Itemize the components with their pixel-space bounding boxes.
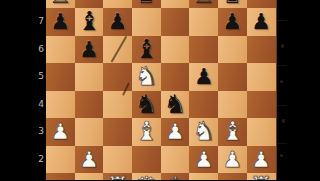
- black-pawn[interactable]: ♟: [108, 8, 128, 36]
- square-b6[interactable]: ♟: [75, 36, 104, 64]
- square-e5[interactable]: [161, 63, 190, 91]
- square-g2[interactable]: ♟: [218, 146, 247, 174]
- square-d1[interactable]: ♛: [132, 173, 161, 180]
- square-g3[interactable]: ♝: [218, 118, 247, 146]
- white-king[interactable]: ♚: [163, 173, 186, 181]
- rank-labels: 765432: [34, 0, 44, 180]
- white-knight[interactable]: ♞: [192, 118, 215, 146]
- square-b1[interactable]: [75, 173, 104, 180]
- square-e1[interactable]: ♚: [161, 173, 190, 180]
- square-a4[interactable]: [46, 91, 75, 119]
- square-h3[interactable]: [247, 118, 276, 146]
- square-e6[interactable]: [161, 36, 190, 64]
- black-knight[interactable]: ♞: [163, 90, 186, 118]
- square-f1[interactable]: [189, 173, 218, 180]
- square-g4[interactable]: [218, 91, 247, 119]
- wood-knot: [281, 44, 284, 48]
- black-pawn[interactable]: ♟: [50, 8, 70, 36]
- rank-label-5: 5: [34, 63, 44, 91]
- white-pawn[interactable]: ♟: [165, 118, 185, 146]
- wood-grain-line: [277, 20, 288, 21]
- white-knight[interactable]: ♞: [135, 63, 158, 91]
- square-b2[interactable]: ♟: [75, 146, 104, 174]
- rank-label-4: 4: [34, 91, 44, 119]
- square-h7[interactable]: ♟: [247, 8, 276, 36]
- square-e4[interactable]: ♞: [161, 91, 190, 119]
- rank-label-2: 2: [34, 146, 44, 174]
- square-g7[interactable]: ♟: [218, 8, 247, 36]
- square-f8[interactable]: ♜: [189, 0, 218, 8]
- rank-label-3: 3: [34, 118, 44, 146]
- chess-app: 765432 ♜♛♜♚♟♝♟♟♟♟♝♞♟♞♞♟♝♟♞♝♟♟♟♟♜♛♚♜: [0, 0, 320, 180]
- white-rook[interactable]: ♜: [106, 173, 129, 181]
- square-d8[interactable]: ♛: [132, 0, 161, 8]
- white-queen[interactable]: ♛: [135, 173, 158, 181]
- black-pawn[interactable]: ♟: [251, 8, 271, 36]
- square-c2[interactable]: [103, 146, 132, 174]
- square-e3[interactable]: ♟: [161, 118, 190, 146]
- square-b3[interactable]: [75, 118, 104, 146]
- white-pawn[interactable]: ♟: [251, 145, 271, 173]
- square-f4[interactable]: [189, 91, 218, 119]
- white-bishop[interactable]: ♝: [221, 118, 244, 146]
- square-e8[interactable]: [161, 0, 190, 8]
- white-bishop[interactable]: ♝: [135, 118, 158, 146]
- rank-label-7: 7: [34, 8, 44, 36]
- wood-knot: [282, 119, 285, 123]
- square-a5[interactable]: [46, 63, 75, 91]
- board-side-edge: [276, 0, 288, 180]
- square-h6[interactable]: [247, 36, 276, 64]
- wood-grain-line: [277, 65, 288, 66]
- square-a3[interactable]: ♟: [46, 118, 75, 146]
- square-g5[interactable]: [218, 63, 247, 91]
- square-e7[interactable]: [161, 8, 190, 36]
- square-c7[interactable]: ♟: [103, 8, 132, 36]
- square-e2[interactable]: [161, 146, 190, 174]
- square-c4[interactable]: [103, 91, 132, 119]
- square-d4[interactable]: ♞: [132, 91, 161, 119]
- black-bishop[interactable]: ♝: [135, 35, 158, 63]
- square-f3[interactable]: ♞: [189, 118, 218, 146]
- square-d3[interactable]: ♝: [132, 118, 161, 146]
- square-f7[interactable]: [189, 8, 218, 36]
- black-pawn[interactable]: ♟: [194, 63, 214, 91]
- wood-knot: [280, 80, 283, 83]
- black-bishop[interactable]: ♝: [77, 8, 100, 36]
- square-c1[interactable]: ♜: [103, 173, 132, 180]
- square-a1[interactable]: [46, 173, 75, 180]
- black-rook[interactable]: ♜: [192, 0, 215, 8]
- square-f5[interactable]: ♟: [189, 63, 218, 91]
- rank-label-6: 6: [34, 36, 44, 64]
- black-pawn[interactable]: ♟: [223, 8, 243, 36]
- square-f6[interactable]: [189, 36, 218, 64]
- square-b4[interactable]: [75, 91, 104, 119]
- white-pawn[interactable]: ♟: [194, 145, 214, 173]
- square-d7[interactable]: [132, 8, 161, 36]
- square-b7[interactable]: ♝: [75, 8, 104, 36]
- square-a7[interactable]: ♟: [46, 8, 75, 36]
- square-c3[interactable]: [103, 118, 132, 146]
- square-b5[interactable]: [75, 63, 104, 91]
- square-g6[interactable]: [218, 36, 247, 64]
- square-h1[interactable]: ♜: [247, 173, 276, 180]
- square-a2[interactable]: [46, 146, 75, 174]
- black-rook[interactable]: ♜: [49, 0, 72, 8]
- black-pawn[interactable]: ♟: [79, 35, 99, 63]
- square-g1[interactable]: [218, 173, 247, 180]
- square-h4[interactable]: [247, 91, 276, 119]
- black-king[interactable]: ♚: [221, 0, 244, 8]
- chess-board[interactable]: ♜♛♜♚♟♝♟♟♟♟♝♞♟♞♞♟♝♟♞♝♟♟♟♟♜♛♚♜: [46, 0, 276, 180]
- wood-grain-line: [277, 105, 288, 106]
- square-a6[interactable]: [46, 36, 75, 64]
- white-rook[interactable]: ♜: [250, 173, 273, 181]
- white-pawn[interactable]: ♟: [50, 118, 70, 146]
- square-h5[interactable]: [247, 63, 276, 91]
- wood-knot: [280, 154, 283, 157]
- square-h2[interactable]: ♟: [247, 146, 276, 174]
- black-knight[interactable]: ♞: [135, 90, 158, 118]
- white-pawn[interactable]: ♟: [223, 145, 243, 173]
- square-d2[interactable]: [132, 146, 161, 174]
- black-queen[interactable]: ♛: [135, 0, 158, 8]
- square-d6[interactable]: ♝: [132, 36, 161, 64]
- square-f2[interactable]: ♟: [189, 146, 218, 174]
- wood-grain-line: [277, 143, 288, 144]
- square-d5[interactable]: ♞: [132, 63, 161, 91]
- white-pawn[interactable]: ♟: [79, 145, 99, 173]
